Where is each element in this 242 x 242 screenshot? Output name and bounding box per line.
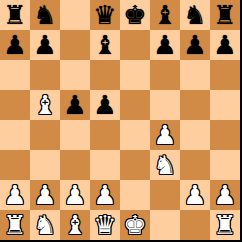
square-f2[interactable] (150, 180, 180, 210)
square-f4[interactable]: ♟ (150, 120, 180, 150)
square-e1[interactable]: ♚ (120, 210, 150, 240)
square-c8[interactable] (60, 0, 90, 30)
piece-black-pawn[interactable]: ♟ (33, 30, 56, 60)
square-g7[interactable]: ♟ (180, 30, 210, 60)
square-c1[interactable]: ♝ (60, 210, 90, 240)
piece-white-queen[interactable]: ♛ (93, 210, 116, 240)
square-d5[interactable]: ♟ (90, 90, 120, 120)
piece-black-pawn[interactable]: ♟ (213, 30, 236, 60)
piece-white-pawn[interactable]: ♟ (3, 180, 26, 210)
square-h1[interactable]: ♜ (210, 210, 240, 240)
square-a7[interactable]: ♟ (0, 30, 30, 60)
square-d1[interactable]: ♛ (90, 210, 120, 240)
square-h2[interactable]: ♟ (210, 180, 240, 210)
square-g3[interactable] (180, 150, 210, 180)
square-d7[interactable]: ♝ (90, 30, 120, 60)
piece-white-knight[interactable]: ♞ (33, 210, 56, 240)
square-c2[interactable]: ♟ (60, 180, 90, 210)
piece-white-pawn[interactable]: ♟ (213, 180, 236, 210)
piece-black-rook[interactable]: ♜ (3, 0, 26, 30)
square-h4[interactable] (210, 120, 240, 150)
square-e5[interactable] (120, 90, 150, 120)
square-c3[interactable] (60, 150, 90, 180)
square-b4[interactable] (30, 120, 60, 150)
square-d4[interactable] (90, 120, 120, 150)
square-d2[interactable]: ♟ (90, 180, 120, 210)
piece-white-pawn[interactable]: ♟ (183, 180, 206, 210)
square-a6[interactable] (0, 60, 30, 90)
square-b1[interactable]: ♞ (30, 210, 60, 240)
piece-black-bishop[interactable]: ♝ (93, 30, 116, 60)
square-b3[interactable] (30, 150, 60, 180)
square-e8[interactable]: ♚ (120, 0, 150, 30)
piece-black-bishop[interactable]: ♝ (153, 0, 176, 30)
piece-white-bishop[interactable]: ♝ (33, 90, 56, 120)
square-h6[interactable] (210, 60, 240, 90)
square-b2[interactable]: ♟ (30, 180, 60, 210)
square-g5[interactable] (180, 90, 210, 120)
piece-white-king[interactable]: ♚ (123, 210, 146, 240)
square-h5[interactable] (210, 90, 240, 120)
square-f6[interactable] (150, 60, 180, 90)
square-a3[interactable] (0, 150, 30, 180)
square-g8[interactable]: ♞ (180, 0, 210, 30)
square-d3[interactable] (90, 150, 120, 180)
piece-black-pawn[interactable]: ♟ (153, 30, 176, 60)
square-c5[interactable]: ♟ (60, 90, 90, 120)
piece-white-pawn[interactable]: ♟ (33, 180, 56, 210)
square-f1[interactable] (150, 210, 180, 240)
square-f7[interactable]: ♟ (150, 30, 180, 60)
square-a8[interactable]: ♜ (0, 0, 30, 30)
square-h3[interactable] (210, 150, 240, 180)
square-b7[interactable]: ♟ (30, 30, 60, 60)
piece-black-king[interactable]: ♚ (123, 0, 146, 30)
square-c4[interactable] (60, 120, 90, 150)
square-c6[interactable] (60, 60, 90, 90)
square-e4[interactable] (120, 120, 150, 150)
piece-white-pawn[interactable]: ♟ (153, 120, 176, 150)
piece-white-rook[interactable]: ♜ (213, 210, 236, 240)
square-g2[interactable]: ♟ (180, 180, 210, 210)
piece-white-pawn[interactable]: ♟ (63, 180, 86, 210)
chess-board: ♜♞♛♚♝♞♜♟♟♝♟♟♟♝♟♟♟♞♟♟♟♟♟♟♜♞♝♛♚♜ (0, 0, 242, 242)
piece-black-pawn[interactable]: ♟ (3, 30, 26, 60)
piece-black-knight[interactable]: ♞ (33, 0, 56, 30)
square-f5[interactable] (150, 90, 180, 120)
piece-black-pawn[interactable]: ♟ (183, 30, 206, 60)
square-d8[interactable]: ♛ (90, 0, 120, 30)
square-e6[interactable] (120, 60, 150, 90)
square-e7[interactable] (120, 30, 150, 60)
square-g4[interactable] (180, 120, 210, 150)
square-d6[interactable] (90, 60, 120, 90)
piece-white-pawn[interactable]: ♟ (93, 180, 116, 210)
piece-black-knight[interactable]: ♞ (183, 0, 206, 30)
square-f8[interactable]: ♝ (150, 0, 180, 30)
square-a2[interactable]: ♟ (0, 180, 30, 210)
square-e3[interactable] (120, 150, 150, 180)
square-f3[interactable]: ♞ (150, 150, 180, 180)
piece-white-rook[interactable]: ♜ (3, 210, 26, 240)
square-b6[interactable] (30, 60, 60, 90)
square-g6[interactable] (180, 60, 210, 90)
square-g1[interactable] (180, 210, 210, 240)
square-a5[interactable] (0, 90, 30, 120)
piece-black-pawn[interactable]: ♟ (93, 90, 116, 120)
square-c7[interactable] (60, 30, 90, 60)
piece-black-queen[interactable]: ♛ (93, 0, 116, 30)
square-e2[interactable] (120, 180, 150, 210)
square-a1[interactable]: ♜ (0, 210, 30, 240)
square-b5[interactable]: ♝ (30, 90, 60, 120)
piece-black-pawn[interactable]: ♟ (63, 90, 86, 120)
square-b8[interactable]: ♞ (30, 0, 60, 30)
square-h7[interactable]: ♟ (210, 30, 240, 60)
square-h8[interactable]: ♜ (210, 0, 240, 30)
piece-white-bishop[interactable]: ♝ (63, 210, 86, 240)
piece-white-knight[interactable]: ♞ (153, 150, 176, 180)
piece-black-rook[interactable]: ♜ (213, 0, 236, 30)
square-a4[interactable] (0, 120, 30, 150)
